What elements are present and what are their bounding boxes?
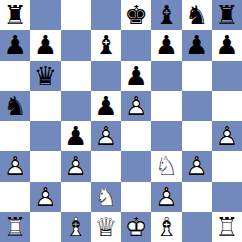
square-f5[interactable] [151, 91, 181, 121]
square-c6[interactable] [61, 61, 91, 91]
square-b7[interactable]: ♟ [30, 30, 60, 60]
piece-bB-f8[interactable]: ♝ [151, 0, 181, 30]
piece-bR-h8[interactable]: ♜ [212, 0, 242, 30]
square-a5[interactable]: ♞ [0, 91, 30, 121]
square-e6[interactable]: ♟ [121, 61, 151, 91]
piece-glyph: ♙ [3, 153, 26, 179]
piece-wN-f3[interactable]: ♞♘ [151, 151, 181, 181]
square-e2[interactable] [121, 182, 151, 212]
piece-bP-c4[interactable]: ♟ [61, 121, 91, 151]
piece-glyph: ♗ [155, 214, 178, 240]
square-e1[interactable]: ♚♔ [121, 212, 151, 242]
square-d2[interactable]: ♞♘ [91, 182, 121, 212]
piece-wP-f2[interactable]: ♟♙ [151, 182, 181, 212]
piece-wB-f1[interactable]: ♝♗ [151, 212, 181, 242]
square-e4[interactable] [121, 121, 151, 151]
piece-wP-a3[interactable]: ♟♙ [0, 151, 30, 181]
square-d3[interactable] [91, 151, 121, 181]
square-e3[interactable] [121, 151, 151, 181]
square-g3[interactable]: ♟♙ [182, 151, 212, 181]
square-g2[interactable] [182, 182, 212, 212]
square-c2[interactable] [61, 182, 91, 212]
square-a1[interactable]: ♜♖ [0, 212, 30, 242]
piece-wN-d2[interactable]: ♞♘ [91, 182, 121, 212]
piece-glyph: ♙ [215, 123, 238, 149]
square-d8[interactable] [91, 0, 121, 30]
piece-glyph: ♗ [64, 214, 87, 240]
square-c7[interactable] [61, 30, 91, 60]
square-d4[interactable]: ♟♙ [91, 121, 121, 151]
square-f7[interactable]: ♟ [151, 30, 181, 60]
square-b2[interactable]: ♟♙ [30, 182, 60, 212]
piece-bK-e8[interactable]: ♚ [121, 0, 151, 30]
square-b3[interactable] [30, 151, 60, 181]
square-h6[interactable] [212, 61, 242, 91]
square-g1[interactable] [182, 212, 212, 242]
square-g7[interactable]: ♟ [182, 30, 212, 60]
piece-glyph: ♖ [215, 214, 238, 240]
piece-glyph: ♕ [94, 214, 117, 240]
square-c5[interactable] [61, 91, 91, 121]
square-g5[interactable] [182, 91, 212, 121]
piece-glyph: ♙ [34, 184, 57, 210]
square-f2[interactable]: ♟♙ [151, 182, 181, 212]
square-h3[interactable] [212, 151, 242, 181]
piece-glyph: ♙ [124, 93, 147, 119]
square-e7[interactable] [121, 30, 151, 60]
piece-glyph: ♙ [185, 153, 208, 179]
piece-bR-a8[interactable]: ♜ [0, 0, 30, 30]
piece-bQ-b6[interactable]: ♛ [30, 61, 60, 91]
piece-glyph: ♙ [64, 153, 87, 179]
piece-wP-e5[interactable]: ♟♙ [121, 91, 151, 121]
piece-wR-h1[interactable]: ♜♖ [212, 212, 242, 242]
square-g4[interactable] [182, 121, 212, 151]
piece-bN-g8[interactable]: ♞ [182, 0, 212, 30]
piece-bN-a5[interactable]: ♞ [0, 91, 30, 121]
piece-glyph: ♘ [155, 153, 178, 179]
piece-wQ-d1[interactable]: ♛♕ [91, 212, 121, 242]
square-d7[interactable]: ♝ [91, 30, 121, 60]
piece-bP-e6[interactable]: ♟ [121, 61, 151, 91]
piece-bP-f7[interactable]: ♟ [151, 30, 181, 60]
square-b6[interactable]: ♛ [30, 61, 60, 91]
square-h8[interactable]: ♜ [212, 0, 242, 30]
square-d6[interactable] [91, 61, 121, 91]
square-b4[interactable] [30, 121, 60, 151]
square-c4[interactable]: ♟ [61, 121, 91, 151]
square-f8[interactable]: ♝ [151, 0, 181, 30]
piece-wK-e1[interactable]: ♚♔ [121, 212, 151, 242]
piece-glyph: ♔ [124, 214, 147, 240]
piece-wP-g3[interactable]: ♟♙ [182, 151, 212, 181]
piece-bP-g7[interactable]: ♟ [182, 30, 212, 60]
piece-wP-c3[interactable]: ♟♙ [61, 151, 91, 181]
square-e5[interactable]: ♟♙ [121, 91, 151, 121]
piece-bB-d7[interactable]: ♝ [91, 30, 121, 60]
square-h1[interactable]: ♜♖ [212, 212, 242, 242]
piece-bP-d5[interactable]: ♟ [91, 91, 121, 121]
square-a8[interactable]: ♜ [0, 0, 30, 30]
piece-wR-a1[interactable]: ♜♖ [0, 212, 30, 242]
square-g8[interactable]: ♞ [182, 0, 212, 30]
square-f4[interactable] [151, 121, 181, 151]
piece-bP-h7[interactable]: ♟ [212, 30, 242, 60]
square-d5[interactable]: ♟ [91, 91, 121, 121]
square-c8[interactable] [61, 0, 91, 30]
square-a6[interactable] [0, 61, 30, 91]
piece-wP-h4[interactable]: ♟♙ [212, 121, 242, 151]
square-c3[interactable]: ♟♙ [61, 151, 91, 181]
square-f3[interactable]: ♞♘ [151, 151, 181, 181]
square-c1[interactable]: ♝♗ [61, 212, 91, 242]
square-g6[interactable] [182, 61, 212, 91]
piece-glyph: ♖ [3, 214, 26, 240]
square-h2[interactable] [212, 182, 242, 212]
piece-glyph: ♙ [94, 123, 117, 149]
square-e8[interactable]: ♚ [121, 0, 151, 30]
square-a3[interactable]: ♟♙ [0, 151, 30, 181]
piece-glyph: ♙ [155, 184, 178, 210]
square-b8[interactable] [30, 0, 60, 30]
piece-wP-d4[interactable]: ♟♙ [91, 121, 121, 151]
piece-bP-a7[interactable]: ♟ [0, 30, 30, 60]
piece-bP-b7[interactable]: ♟ [30, 30, 60, 60]
square-a4[interactable] [0, 121, 30, 151]
piece-wP-b2[interactable]: ♟♙ [30, 182, 60, 212]
square-f1[interactable]: ♝♗ [151, 212, 181, 242]
square-b5[interactable] [30, 91, 60, 121]
square-h4[interactable]: ♟♙ [212, 121, 242, 151]
square-b1[interactable] [30, 212, 60, 242]
chess-board: ♜♚♝♞♜♟♟♝♟♟♟♛♟♞♟♟♙♟♟♙♟♙♟♙♟♙♞♘♟♙♟♙♞♘♟♙♜♖♝♗… [0, 0, 242, 242]
square-a2[interactable] [0, 182, 30, 212]
square-f6[interactable] [151, 61, 181, 91]
square-d1[interactable]: ♛♕ [91, 212, 121, 242]
square-a7[interactable]: ♟ [0, 30, 30, 60]
square-h7[interactable]: ♟ [212, 30, 242, 60]
piece-wB-c1[interactable]: ♝♗ [61, 212, 91, 242]
square-h5[interactable] [212, 91, 242, 121]
piece-glyph: ♘ [94, 184, 117, 210]
